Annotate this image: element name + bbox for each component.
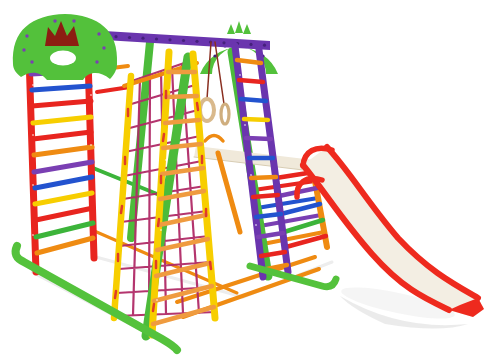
crown-panel — [13, 14, 117, 80]
handle-hole — [50, 51, 76, 66]
rear-leg-left — [131, 42, 150, 238]
ring-back — [221, 104, 229, 124]
arch-crown-spikes — [227, 21, 251, 34]
platform-strut — [218, 153, 240, 232]
trapeze-hook — [205, 136, 223, 142]
left-wall — [29, 56, 94, 272]
play-gym-illustration — [0, 0, 500, 359]
ring-front — [200, 99, 214, 121]
product-photo — [0, 0, 500, 359]
